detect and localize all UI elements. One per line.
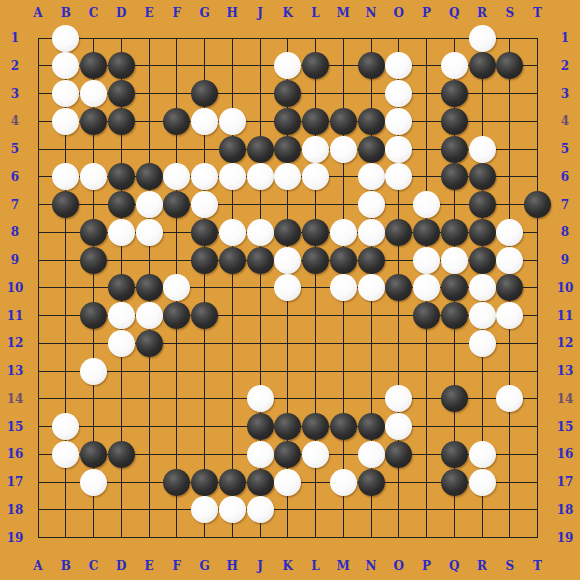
row-label-left-7: 7 <box>1 198 29 212</box>
stone-white-M17 <box>330 469 357 496</box>
stone-black-F17 <box>163 469 190 496</box>
stone-white-N7 <box>358 191 385 218</box>
stone-white-N16 <box>358 441 385 468</box>
stone-white-Q9 <box>441 247 468 274</box>
stone-black-M9 <box>330 247 357 274</box>
row-label-right-18: 18 <box>551 503 579 517</box>
stone-white-R5 <box>469 136 496 163</box>
row-label-left-8: 8 <box>1 225 29 239</box>
stone-black-Q3 <box>441 80 468 107</box>
row-label-right-3: 3 <box>551 87 579 101</box>
stone-black-Q8 <box>441 219 468 246</box>
stone-black-K16 <box>274 441 301 468</box>
row-label-left-2: 2 <box>1 59 29 73</box>
stone-black-O16 <box>385 441 412 468</box>
stone-white-J8 <box>247 219 274 246</box>
row-label-right-6: 6 <box>551 170 579 184</box>
row-label-right-14: 14 <box>551 392 579 406</box>
col-label-bottom-P: P <box>417 559 437 573</box>
stone-white-H18 <box>219 496 246 523</box>
stone-white-R10 <box>469 274 496 301</box>
stone-white-R1 <box>469 25 496 52</box>
stone-white-H6 <box>219 163 246 190</box>
row-label-left-14: 14 <box>1 392 29 406</box>
stone-white-H8 <box>219 219 246 246</box>
stone-black-N17 <box>358 469 385 496</box>
col-label-bottom-S: S <box>500 559 520 573</box>
col-label-top-N: N <box>361 6 381 20</box>
stone-black-C11 <box>80 302 107 329</box>
col-label-bottom-J: J <box>250 559 270 573</box>
row-label-left-19: 19 <box>1 531 29 545</box>
stone-white-D8 <box>108 219 135 246</box>
stone-white-D11 <box>108 302 135 329</box>
stone-white-M8 <box>330 219 357 246</box>
row-label-right-5: 5 <box>551 142 579 156</box>
row-label-right-19: 19 <box>551 531 579 545</box>
stone-white-E11 <box>136 302 163 329</box>
stone-white-P7 <box>413 191 440 218</box>
stone-white-D12 <box>108 330 135 357</box>
stone-white-L5 <box>302 136 329 163</box>
row-label-right-8: 8 <box>551 225 579 239</box>
stone-black-H5 <box>219 136 246 163</box>
stone-black-D4 <box>108 108 135 135</box>
stone-black-G17 <box>191 469 218 496</box>
stone-white-E7 <box>136 191 163 218</box>
stone-black-G9 <box>191 247 218 274</box>
stone-white-E8 <box>136 219 163 246</box>
row-label-left-12: 12 <box>1 336 29 350</box>
stone-white-B4 <box>52 108 79 135</box>
stone-black-D7 <box>108 191 135 218</box>
stone-black-G3 <box>191 80 218 107</box>
stone-black-G11 <box>191 302 218 329</box>
col-label-bottom-M: M <box>333 559 353 573</box>
col-label-bottom-T: T <box>528 559 548 573</box>
stone-black-Q16 <box>441 441 468 468</box>
stone-white-R16 <box>469 441 496 468</box>
stone-black-Q6 <box>441 163 468 190</box>
stone-black-K5 <box>274 136 301 163</box>
col-label-bottom-N: N <box>361 559 381 573</box>
stone-black-R2 <box>469 52 496 79</box>
row-label-left-13: 13 <box>1 364 29 378</box>
stone-white-N10 <box>358 274 385 301</box>
stone-black-R6 <box>469 163 496 190</box>
col-label-bottom-B: B <box>56 559 76 573</box>
col-label-bottom-D: D <box>111 559 131 573</box>
col-label-bottom-F: F <box>167 559 187 573</box>
col-label-top-G: G <box>195 6 215 20</box>
stone-white-G4 <box>191 108 218 135</box>
stone-black-H17 <box>219 469 246 496</box>
col-label-bottom-H: H <box>222 559 242 573</box>
row-label-right-12: 12 <box>551 336 579 350</box>
col-label-top-Q: Q <box>444 6 464 20</box>
stone-black-N4 <box>358 108 385 135</box>
col-label-bottom-C: C <box>84 559 104 573</box>
row-label-right-15: 15 <box>551 420 579 434</box>
row-label-left-1: 1 <box>1 31 29 45</box>
stone-white-S9 <box>496 247 523 274</box>
stone-black-J5 <box>247 136 274 163</box>
stone-white-M10 <box>330 274 357 301</box>
col-label-top-F: F <box>167 6 187 20</box>
col-label-top-D: D <box>111 6 131 20</box>
stone-black-L4 <box>302 108 329 135</box>
stone-black-E10 <box>136 274 163 301</box>
row-label-left-17: 17 <box>1 475 29 489</box>
stone-black-E6 <box>136 163 163 190</box>
row-label-left-16: 16 <box>1 447 29 461</box>
stone-black-K4 <box>274 108 301 135</box>
stone-white-J18 <box>247 496 274 523</box>
stone-white-Q2 <box>441 52 468 79</box>
col-label-top-E: E <box>139 6 159 20</box>
stone-white-P9 <box>413 247 440 274</box>
stone-black-G8 <box>191 219 218 246</box>
stone-white-R11 <box>469 302 496 329</box>
stone-black-F4 <box>163 108 190 135</box>
stone-black-P8 <box>413 219 440 246</box>
stone-black-D10 <box>108 274 135 301</box>
stone-white-K17 <box>274 469 301 496</box>
stone-white-K9 <box>274 247 301 274</box>
stone-black-L15 <box>302 413 329 440</box>
stone-black-C8 <box>80 219 107 246</box>
stone-black-R7 <box>469 191 496 218</box>
row-label-right-7: 7 <box>551 198 579 212</box>
stone-white-O4 <box>385 108 412 135</box>
stone-white-C3 <box>80 80 107 107</box>
row-label-right-1: 1 <box>551 31 579 45</box>
stone-white-C13 <box>80 358 107 385</box>
stone-black-D6 <box>108 163 135 190</box>
stone-black-R8 <box>469 219 496 246</box>
col-label-top-T: T <box>528 6 548 20</box>
row-label-right-9: 9 <box>551 253 579 267</box>
goban[interactable]: ABCDEFGHJKLMNOPQRST ABCDEFGHJKLMNOPQRST … <box>0 0 580 580</box>
stone-black-Q4 <box>441 108 468 135</box>
row-label-right-4: 4 <box>551 114 579 128</box>
stone-black-P11 <box>413 302 440 329</box>
stone-black-H9 <box>219 247 246 274</box>
stone-black-C16 <box>80 441 107 468</box>
row-label-left-3: 3 <box>1 87 29 101</box>
row-label-left-9: 9 <box>1 253 29 267</box>
row-label-left-5: 5 <box>1 142 29 156</box>
col-label-bottom-O: O <box>389 559 409 573</box>
row-label-right-2: 2 <box>551 59 579 73</box>
stone-black-C9 <box>80 247 107 274</box>
stone-white-B1 <box>52 25 79 52</box>
stone-black-N5 <box>358 136 385 163</box>
stone-black-Q5 <box>441 136 468 163</box>
col-label-bottom-E: E <box>139 559 159 573</box>
stone-white-J14 <box>247 385 274 412</box>
row-label-left-15: 15 <box>1 420 29 434</box>
row-label-right-10: 10 <box>551 281 579 295</box>
row-label-right-17: 17 <box>551 475 579 489</box>
stone-black-D16 <box>108 441 135 468</box>
stone-white-C17 <box>80 469 107 496</box>
col-label-top-B: B <box>56 6 76 20</box>
stone-black-D2 <box>108 52 135 79</box>
col-label-top-M: M <box>333 6 353 20</box>
stone-black-E12 <box>136 330 163 357</box>
col-label-bottom-A: A <box>28 559 48 573</box>
col-label-bottom-G: G <box>195 559 215 573</box>
stone-black-L8 <box>302 219 329 246</box>
stone-black-K8 <box>274 219 301 246</box>
col-label-bottom-Q: Q <box>444 559 464 573</box>
stone-white-B16 <box>52 441 79 468</box>
stone-black-D3 <box>108 80 135 107</box>
stone-black-Q14 <box>441 385 468 412</box>
col-label-top-J: J <box>250 6 270 20</box>
stone-white-S8 <box>496 219 523 246</box>
stone-black-N9 <box>358 247 385 274</box>
stone-white-L16 <box>302 441 329 468</box>
col-label-top-R: R <box>472 6 492 20</box>
col-label-top-S: S <box>500 6 520 20</box>
stone-white-H4 <box>219 108 246 135</box>
stone-black-Q11 <box>441 302 468 329</box>
stone-black-M15 <box>330 413 357 440</box>
stone-black-T7 <box>524 191 551 218</box>
row-label-right-16: 16 <box>551 447 579 461</box>
stone-white-R17 <box>469 469 496 496</box>
row-label-left-6: 6 <box>1 170 29 184</box>
stone-black-R9 <box>469 247 496 274</box>
col-label-top-H: H <box>222 6 242 20</box>
stone-black-L9 <box>302 247 329 274</box>
stone-black-Q17 <box>441 469 468 496</box>
stone-black-J9 <box>247 247 274 274</box>
stone-black-C4 <box>80 108 107 135</box>
row-label-left-11: 11 <box>1 309 29 323</box>
col-label-bottom-L: L <box>306 559 326 573</box>
row-label-right-11: 11 <box>551 309 579 323</box>
col-label-top-P: P <box>417 6 437 20</box>
stone-white-R12 <box>469 330 496 357</box>
stone-black-J17 <box>247 469 274 496</box>
col-label-top-A: A <box>28 6 48 20</box>
row-label-right-13: 13 <box>551 364 579 378</box>
stone-black-Q10 <box>441 274 468 301</box>
col-label-top-L: L <box>306 6 326 20</box>
stone-white-N6 <box>358 163 385 190</box>
col-label-top-C: C <box>84 6 104 20</box>
stone-white-O5 <box>385 136 412 163</box>
col-label-top-K: K <box>278 6 298 20</box>
col-label-bottom-R: R <box>472 559 492 573</box>
stone-black-O8 <box>385 219 412 246</box>
col-label-top-O: O <box>389 6 409 20</box>
stone-white-M5 <box>330 136 357 163</box>
row-label-left-4: 4 <box>1 114 29 128</box>
col-label-bottom-K: K <box>278 559 298 573</box>
stone-black-M4 <box>330 108 357 135</box>
row-label-left-10: 10 <box>1 281 29 295</box>
stone-white-N8 <box>358 219 385 246</box>
row-label-left-18: 18 <box>1 503 29 517</box>
stone-black-N2 <box>358 52 385 79</box>
stone-white-G7 <box>191 191 218 218</box>
stone-white-J16 <box>247 441 274 468</box>
stone-black-J15 <box>247 413 274 440</box>
stone-white-J6 <box>247 163 274 190</box>
stone-black-N15 <box>358 413 385 440</box>
